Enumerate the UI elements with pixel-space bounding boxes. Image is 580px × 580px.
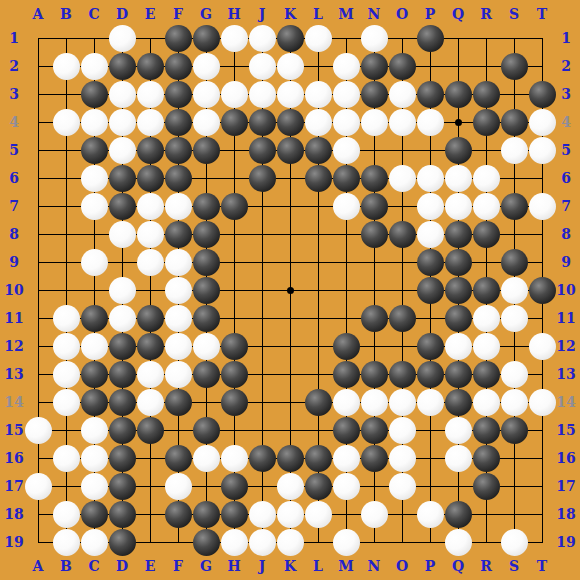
black-stone: [221, 361, 248, 388]
white-stone: [81, 165, 108, 192]
coord-label: J: [259, 7, 266, 21]
black-stone: [277, 25, 304, 52]
white-stone: [249, 501, 276, 528]
white-stone: [501, 529, 528, 556]
black-stone: [221, 473, 248, 500]
white-stone: [473, 165, 500, 192]
black-stone: [473, 473, 500, 500]
white-stone: [53, 529, 80, 556]
white-stone: [277, 501, 304, 528]
white-stone: [417, 501, 444, 528]
coord-label: B: [60, 559, 72, 573]
coord-label: 18: [4, 507, 23, 521]
black-stone: [193, 221, 220, 248]
black-stone: [473, 361, 500, 388]
white-stone: [221, 81, 248, 108]
white-stone: [473, 389, 500, 416]
coord-label: 1: [9, 31, 19, 45]
white-stone: [109, 221, 136, 248]
white-stone: [137, 109, 164, 136]
coord-label: K: [284, 7, 296, 21]
black-stone: [165, 109, 192, 136]
white-stone: [305, 501, 332, 528]
coord-label: 11: [4, 311, 23, 325]
coord-label: C: [88, 7, 99, 21]
coord-label: Q: [452, 7, 464, 21]
white-stone: [361, 109, 388, 136]
black-stone: [445, 81, 472, 108]
black-stone: [501, 417, 528, 444]
black-stone: [445, 361, 472, 388]
black-stone: [417, 333, 444, 360]
white-stone: [53, 445, 80, 472]
white-stone: [389, 417, 416, 444]
black-stone: [249, 109, 276, 136]
coord-label: S: [509, 7, 519, 21]
black-stone: [109, 501, 136, 528]
white-stone: [81, 53, 108, 80]
coord-label: 2: [561, 59, 571, 73]
black-stone: [165, 389, 192, 416]
black-stone: [445, 249, 472, 276]
coord-label: 6: [9, 171, 19, 185]
black-stone: [165, 165, 192, 192]
black-stone: [165, 137, 192, 164]
white-stone: [417, 221, 444, 248]
black-stone: [473, 109, 500, 136]
black-stone: [81, 389, 108, 416]
white-stone: [277, 529, 304, 556]
star-point: [455, 119, 462, 126]
white-stone: [53, 361, 80, 388]
coord-label: 17: [556, 479, 575, 493]
coord-label: 16: [556, 451, 575, 465]
black-stone: [361, 53, 388, 80]
white-stone: [389, 445, 416, 472]
black-stone: [361, 221, 388, 248]
black-stone: [417, 81, 444, 108]
coord-label: 2: [9, 59, 19, 73]
black-stone: [473, 81, 500, 108]
coord-label: B: [60, 7, 72, 21]
black-stone: [473, 221, 500, 248]
coord-label: 4: [9, 115, 19, 129]
white-stone: [221, 25, 248, 52]
coord-label: Q: [452, 559, 464, 573]
white-stone: [81, 473, 108, 500]
coord-label: K: [284, 559, 296, 573]
black-stone: [389, 361, 416, 388]
coord-label: J: [259, 559, 266, 573]
white-stone: [81, 529, 108, 556]
white-stone: [193, 109, 220, 136]
coord-label: 7: [9, 199, 19, 213]
white-stone: [529, 389, 556, 416]
white-stone: [193, 445, 220, 472]
white-stone: [361, 25, 388, 52]
black-stone: [81, 137, 108, 164]
white-stone: [501, 361, 528, 388]
coord-label: F: [173, 559, 183, 573]
white-stone: [109, 25, 136, 52]
white-stone: [445, 529, 472, 556]
black-stone: [305, 473, 332, 500]
black-stone: [529, 277, 556, 304]
coord-label: A: [33, 559, 44, 573]
white-stone: [305, 109, 332, 136]
white-stone: [221, 445, 248, 472]
black-stone: [389, 305, 416, 332]
white-stone: [333, 529, 360, 556]
coord-label: S: [509, 559, 519, 573]
black-stone: [137, 305, 164, 332]
black-stone: [501, 193, 528, 220]
white-stone: [333, 81, 360, 108]
white-stone: [529, 137, 556, 164]
black-stone: [361, 445, 388, 472]
black-stone: [193, 249, 220, 276]
coord-label: L: [313, 559, 323, 573]
white-stone: [53, 333, 80, 360]
black-stone: [193, 305, 220, 332]
white-stone: [137, 389, 164, 416]
coord-label: 6: [561, 171, 571, 185]
white-stone: [81, 445, 108, 472]
black-stone: [501, 53, 528, 80]
white-stone: [165, 361, 192, 388]
black-stone: [445, 389, 472, 416]
coord-label: 15: [4, 423, 23, 437]
black-stone: [165, 445, 192, 472]
white-stone: [305, 25, 332, 52]
white-stone: [333, 109, 360, 136]
white-stone: [165, 305, 192, 332]
black-stone: [137, 137, 164, 164]
coord-label: L: [313, 7, 323, 21]
white-stone: [81, 333, 108, 360]
coord-label: 10: [4, 283, 23, 297]
black-stone: [445, 221, 472, 248]
coord-label: 18: [556, 507, 575, 521]
white-stone: [445, 445, 472, 472]
black-stone: [109, 445, 136, 472]
white-stone: [389, 81, 416, 108]
coord-label: C: [88, 559, 99, 573]
coord-label: 5: [9, 143, 19, 157]
coord-label: 3: [561, 87, 571, 101]
white-stone: [81, 193, 108, 220]
black-stone: [361, 305, 388, 332]
black-stone: [137, 53, 164, 80]
white-stone: [193, 81, 220, 108]
white-stone: [529, 109, 556, 136]
coord-label: 11: [556, 311, 575, 325]
coord-label: E: [145, 559, 156, 573]
black-stone: [221, 193, 248, 220]
white-stone: [333, 53, 360, 80]
coord-label: P: [425, 559, 436, 573]
black-stone: [417, 249, 444, 276]
coord-label: T: [537, 7, 547, 21]
white-stone: [473, 193, 500, 220]
white-stone: [81, 249, 108, 276]
black-stone: [165, 501, 192, 528]
white-stone: [501, 137, 528, 164]
black-stone: [109, 473, 136, 500]
black-stone: [445, 277, 472, 304]
white-stone: [109, 109, 136, 136]
black-stone: [137, 165, 164, 192]
black-stone: [165, 25, 192, 52]
white-stone: [137, 249, 164, 276]
white-stone: [333, 193, 360, 220]
white-stone: [361, 389, 388, 416]
white-stone: [137, 81, 164, 108]
white-stone: [277, 473, 304, 500]
white-stone: [165, 473, 192, 500]
coord-label: 4: [561, 115, 571, 129]
black-stone: [417, 277, 444, 304]
white-stone: [81, 417, 108, 444]
white-stone: [165, 333, 192, 360]
black-stone: [221, 333, 248, 360]
coord-label: 19: [4, 535, 23, 549]
white-stone: [333, 389, 360, 416]
white-stone: [53, 501, 80, 528]
coord-label: 16: [4, 451, 23, 465]
white-stone: [389, 389, 416, 416]
white-stone: [165, 249, 192, 276]
black-stone: [109, 389, 136, 416]
black-stone: [473, 417, 500, 444]
black-stone: [109, 361, 136, 388]
white-stone: [473, 333, 500, 360]
white-stone: [417, 389, 444, 416]
coord-label: 7: [561, 199, 571, 213]
white-stone: [473, 305, 500, 332]
black-stone: [333, 165, 360, 192]
white-stone: [25, 473, 52, 500]
black-stone: [473, 445, 500, 472]
black-stone: [529, 81, 556, 108]
black-stone: [305, 389, 332, 416]
coord-label: 12: [4, 339, 23, 353]
black-stone: [193, 529, 220, 556]
black-stone: [417, 25, 444, 52]
white-stone: [193, 333, 220, 360]
white-stone: [81, 109, 108, 136]
white-stone: [389, 473, 416, 500]
black-stone: [221, 109, 248, 136]
white-stone: [305, 81, 332, 108]
white-stone: [249, 25, 276, 52]
black-stone: [389, 53, 416, 80]
coord-label: D: [116, 7, 128, 21]
coord-label: 14: [556, 395, 575, 409]
black-stone: [361, 417, 388, 444]
black-stone: [333, 361, 360, 388]
coord-label: 8: [561, 227, 571, 241]
white-stone: [277, 53, 304, 80]
white-stone: [501, 277, 528, 304]
coord-label: H: [227, 7, 240, 21]
white-stone: [361, 501, 388, 528]
white-stone: [333, 445, 360, 472]
go-board[interactable]: AABBCCDDEEFFGGHHJJKKLLMMNNOOPPQQRRSSTT11…: [0, 0, 580, 580]
black-stone: [81, 501, 108, 528]
white-stone: [445, 193, 472, 220]
black-stone: [193, 193, 220, 220]
black-stone: [501, 109, 528, 136]
black-stone: [361, 361, 388, 388]
black-stone: [81, 305, 108, 332]
black-stone: [501, 249, 528, 276]
white-stone: [221, 529, 248, 556]
coord-label: R: [480, 7, 492, 21]
white-stone: [109, 137, 136, 164]
white-stone: [249, 529, 276, 556]
coord-label: 10: [556, 283, 575, 297]
black-stone: [445, 137, 472, 164]
black-stone: [277, 137, 304, 164]
coord-label: 13: [556, 367, 575, 381]
coord-label: D: [116, 559, 128, 573]
coord-label: F: [173, 7, 183, 21]
black-stone: [445, 305, 472, 332]
black-stone: [193, 361, 220, 388]
black-stone: [333, 417, 360, 444]
white-stone: [249, 53, 276, 80]
coord-label: N: [368, 7, 381, 21]
black-stone: [473, 277, 500, 304]
white-stone: [333, 473, 360, 500]
white-stone: [137, 361, 164, 388]
black-stone: [249, 137, 276, 164]
black-stone: [249, 165, 276, 192]
coord-label: 8: [9, 227, 19, 241]
black-stone: [361, 81, 388, 108]
white-stone: [109, 81, 136, 108]
coord-label: M: [338, 7, 354, 21]
coord-label: 13: [4, 367, 23, 381]
black-stone: [361, 165, 388, 192]
black-stone: [109, 165, 136, 192]
black-stone: [305, 137, 332, 164]
white-stone: [53, 53, 80, 80]
black-stone: [109, 193, 136, 220]
black-stone: [277, 109, 304, 136]
white-stone: [249, 81, 276, 108]
white-stone: [529, 193, 556, 220]
black-stone: [137, 333, 164, 360]
coord-label: 12: [556, 339, 575, 353]
white-stone: [333, 137, 360, 164]
black-stone: [165, 221, 192, 248]
black-stone: [249, 445, 276, 472]
coord-label: 17: [4, 479, 23, 493]
black-stone: [109, 333, 136, 360]
white-stone: [53, 305, 80, 332]
white-stone: [417, 109, 444, 136]
coord-label: A: [33, 7, 44, 21]
white-stone: [137, 221, 164, 248]
black-stone: [193, 501, 220, 528]
coord-label: O: [396, 7, 408, 21]
white-stone: [501, 389, 528, 416]
coord-label: P: [425, 7, 436, 21]
black-stone: [193, 25, 220, 52]
black-stone: [109, 417, 136, 444]
coord-label: T: [537, 559, 547, 573]
black-stone: [305, 165, 332, 192]
black-stone: [221, 389, 248, 416]
white-stone: [389, 109, 416, 136]
black-stone: [361, 193, 388, 220]
white-stone: [277, 81, 304, 108]
coord-label: R: [480, 559, 492, 573]
coord-label: 3: [9, 87, 19, 101]
coord-label: 1: [561, 31, 571, 45]
coord-label: N: [368, 559, 381, 573]
white-stone: [417, 193, 444, 220]
white-stone: [445, 333, 472, 360]
coord-label: G: [200, 559, 212, 573]
coord-label: 14: [4, 395, 23, 409]
white-stone: [137, 193, 164, 220]
white-stone: [53, 389, 80, 416]
white-stone: [193, 53, 220, 80]
white-stone: [529, 333, 556, 360]
black-stone: [221, 501, 248, 528]
white-stone: [165, 193, 192, 220]
coord-label: E: [145, 7, 156, 21]
coord-label: 19: [556, 535, 575, 549]
black-stone: [109, 529, 136, 556]
black-stone: [333, 333, 360, 360]
black-stone: [165, 53, 192, 80]
white-stone: [445, 165, 472, 192]
white-stone: [389, 165, 416, 192]
coord-label: 9: [9, 255, 19, 269]
white-stone: [109, 277, 136, 304]
black-stone: [137, 417, 164, 444]
black-stone: [193, 277, 220, 304]
coord-label: O: [396, 559, 408, 573]
coord-label: H: [227, 559, 240, 573]
coord-label: M: [338, 559, 354, 573]
coord-label: 15: [556, 423, 575, 437]
white-stone: [109, 305, 136, 332]
white-stone: [25, 417, 52, 444]
black-stone: [81, 81, 108, 108]
black-stone: [417, 361, 444, 388]
black-stone: [389, 221, 416, 248]
coord-label: 5: [561, 143, 571, 157]
star-point: [287, 287, 294, 294]
black-stone: [193, 137, 220, 164]
white-stone: [445, 417, 472, 444]
white-stone: [501, 305, 528, 332]
coord-label: 9: [561, 255, 571, 269]
black-stone: [193, 417, 220, 444]
black-stone: [109, 53, 136, 80]
white-stone: [53, 109, 80, 136]
white-stone: [417, 165, 444, 192]
black-stone: [165, 81, 192, 108]
black-stone: [445, 501, 472, 528]
black-stone: [277, 445, 304, 472]
white-stone: [165, 277, 192, 304]
